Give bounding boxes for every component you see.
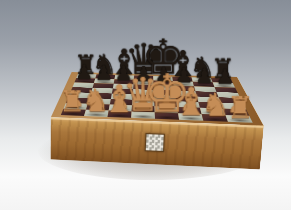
chess-set-photo: Overhead studio photograph of a carved w… (0, 0, 291, 210)
box-front-face (51, 117, 264, 169)
perspective-stage: ♜♞♝♛♚♝♞♜♟♟♟♟♟♟♟♟♟♟♟♟♟♟♟♟♜♞♝♛♚♝♞♜ (0, 0, 291, 210)
mother-of-pearl-inlay-front (145, 133, 165, 152)
chess-board: ♜♞♝♛♚♝♞♜♟♟♟♟♟♟♟♟♟♟♟♟♟♟♟♟♜♞♝♛♚♝♞♜ (61, 74, 253, 123)
square-h1: ♜ (225, 115, 252, 123)
chess-box: ♜♞♝♛♚♝♞♜♟♟♟♟♟♟♟♟♟♟♟♟♟♟♟♟♜♞♝♛♚♝♞♜ (51, 72, 264, 126)
piece-white-rook: ♜ (212, 93, 268, 123)
